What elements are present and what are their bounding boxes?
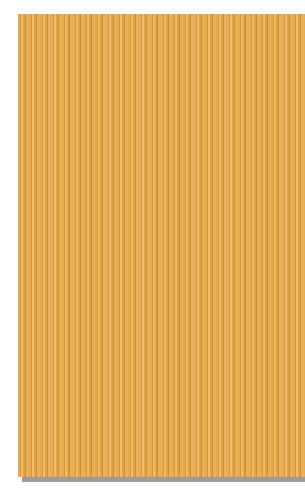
board-drop-shadow: [22, 477, 305, 482]
goban: [18, 14, 305, 477]
go-diagram: [0, 0, 305, 500]
